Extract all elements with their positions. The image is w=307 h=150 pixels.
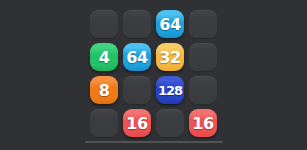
cell-r4c3: [156, 109, 184, 137]
tile-16: 16: [123, 109, 151, 137]
tile-32: 32: [156, 43, 184, 71]
cell-r2c4: [189, 43, 217, 71]
cell-r3c3: 128: [156, 76, 184, 104]
cell-r2c1: 4: [90, 43, 118, 71]
cell-r1c4: [189, 10, 217, 38]
cell-r4c1: [90, 109, 118, 137]
board-divider: [85, 141, 223, 143]
cell-r4c2: 16: [123, 109, 151, 137]
tile-64: 64: [123, 43, 151, 71]
cell-r4c4: 16: [189, 109, 217, 137]
tile-16: 16: [189, 109, 217, 137]
cell-r3c2: [123, 76, 151, 104]
tile-4: 4: [90, 43, 118, 71]
game-stage: 644643281281616: [0, 0, 307, 150]
cell-r3c1: 8: [90, 76, 118, 104]
tile-8: 8: [90, 76, 118, 104]
cell-r1c3: 64: [156, 10, 184, 38]
cell-r2c2: 64: [123, 43, 151, 71]
tile-128: 128: [156, 76, 184, 104]
cell-r1c2: [123, 10, 151, 38]
board-grid[interactable]: 644643281281616: [90, 10, 217, 137]
cell-r1c1: [90, 10, 118, 38]
tile-64: 64: [156, 10, 184, 38]
cell-r2c3: 32: [156, 43, 184, 71]
cell-r3c4: [189, 76, 217, 104]
